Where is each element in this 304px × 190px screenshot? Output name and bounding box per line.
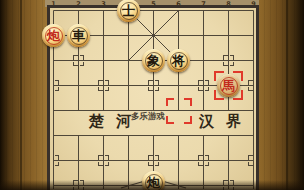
point-marker (223, 55, 234, 66)
piece-character: 将 (172, 49, 185, 72)
black-chariot-piece[interactable]: 車 (67, 24, 90, 47)
point-marker (248, 155, 259, 166)
point-marker (48, 80, 59, 91)
xiangqi-game-screen: 123456789 楚 河 汉 界 多乐游戏 士炮車象将馬炮 (0, 0, 304, 190)
piece-character: 車 (72, 24, 85, 47)
point-marker (98, 80, 109, 91)
point-marker (148, 80, 159, 91)
red-horse-piece[interactable]: 馬 (217, 74, 240, 97)
point-marker (198, 80, 209, 91)
black-elephant-piece[interactable]: 象 (142, 49, 165, 72)
point-marker (48, 155, 59, 166)
bottom-shadow-vignette (0, 180, 304, 190)
black-general-piece[interactable]: 将 (167, 49, 190, 72)
point-marker (248, 80, 259, 91)
piece-character: 馬 (222, 74, 235, 97)
piece-character: 象 (147, 49, 160, 72)
point-marker (148, 155, 159, 166)
piece-character: 炮 (47, 24, 60, 47)
point-marker (198, 155, 209, 166)
last-move-from-marker (166, 98, 192, 124)
piece-character: 士 (122, 0, 135, 22)
board-point-grid: 士炮車象将馬炮 (41, 0, 266, 190)
red-cannon-piece[interactable]: 炮 (42, 24, 65, 47)
point-marker (73, 55, 84, 66)
black-advisor-piece[interactable]: 士 (117, 0, 140, 22)
point-marker (98, 155, 109, 166)
